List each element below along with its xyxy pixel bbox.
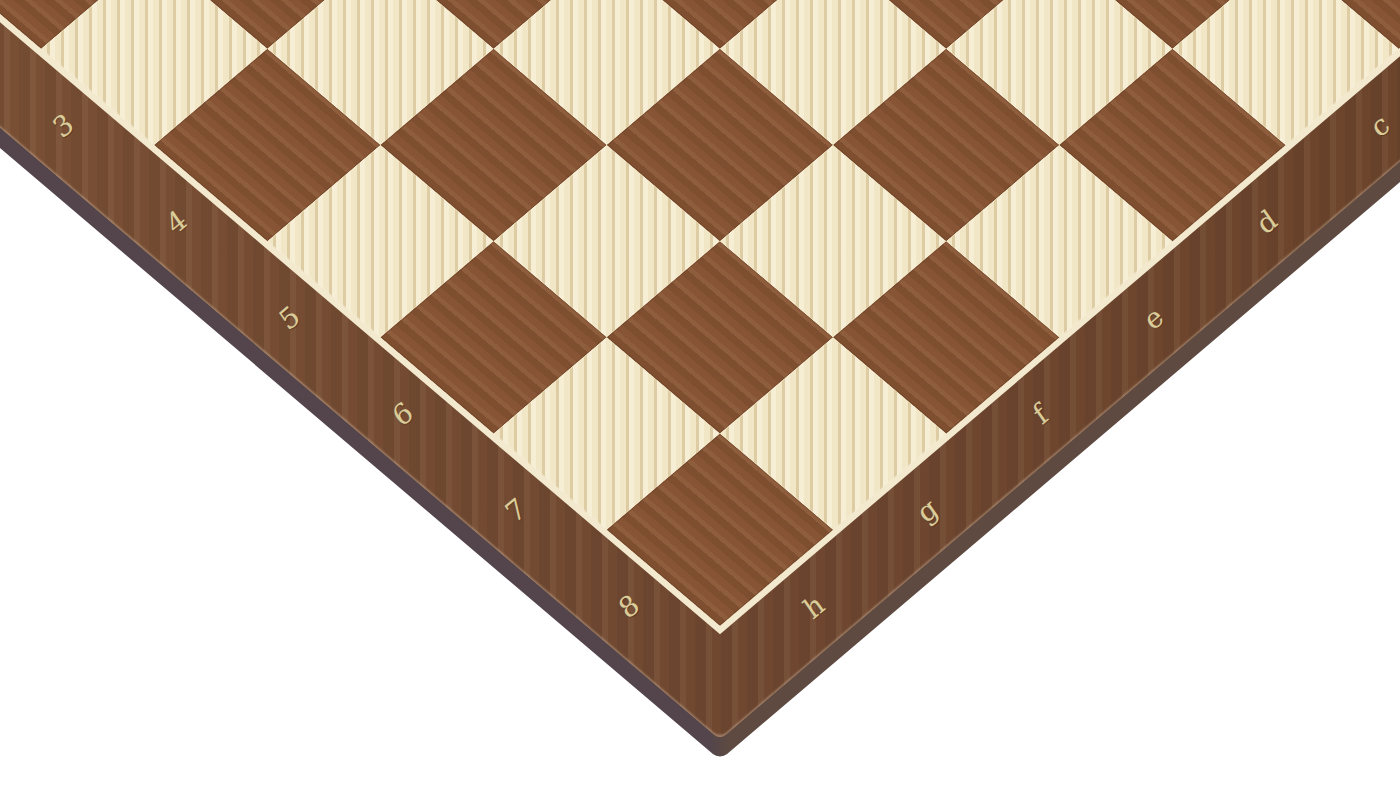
rank-label-4: 4	[157, 209, 192, 239]
file-label-e: e	[1135, 306, 1169, 335]
photo-of-chessboard: 3 4 5 6 7 8 h g f e d c	[0, 0, 1400, 788]
rank-label-6: 6	[384, 401, 419, 431]
chessboard: 3 4 5 6 7 8 h g f e d c	[0, 0, 1400, 740]
file-label-c: c	[1362, 113, 1395, 141]
file-label-d: d	[1248, 209, 1283, 239]
file-label-g: g	[908, 497, 943, 527]
rank-label-7: 7	[497, 497, 532, 527]
rank-label-5: 5	[271, 305, 306, 335]
file-label-f: f	[1024, 404, 1053, 429]
rank-label-3: 3	[44, 113, 79, 143]
file-label-h: h	[795, 594, 830, 624]
rank-label-8: 8	[610, 594, 645, 624]
